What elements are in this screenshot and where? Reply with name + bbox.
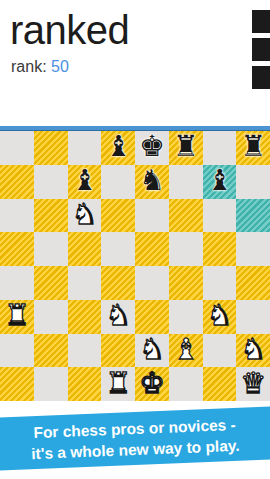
rank-line: rank: 50 — [11, 58, 270, 76]
square-b8[interactable] — [34, 131, 68, 165]
square-h8[interactable]: ♜ — [236, 131, 270, 165]
square-b5[interactable] — [34, 232, 68, 266]
square-g4[interactable] — [203, 266, 237, 300]
piece-black-knight[interactable]: ♞ — [139, 166, 165, 195]
square-b2[interactable] — [34, 334, 68, 368]
piece-white-knight[interactable]: ♞ — [71, 200, 97, 229]
square-e5[interactable] — [135, 232, 169, 266]
square-f7[interactable] — [169, 165, 203, 199]
square-c1[interactable] — [68, 367, 102, 401]
square-a6[interactable] — [0, 199, 34, 233]
square-c8[interactable] — [68, 131, 102, 165]
square-c7[interactable]: ♝ — [68, 165, 102, 199]
square-d5[interactable] — [101, 232, 135, 266]
app-screen: ranked rank: 50 ♝♚♜♜♝♞♝♞♜♞♞♞♝♞♜♚♛ For ch… — [0, 0, 270, 479]
square-d8[interactable]: ♝ — [101, 131, 135, 165]
rank-label: rank: — [11, 58, 47, 75]
square-f3[interactable] — [169, 300, 203, 334]
menu-bar — [252, 38, 270, 61]
square-e3[interactable] — [135, 300, 169, 334]
piece-white-king[interactable]: ♚ — [139, 369, 165, 398]
square-a8[interactable] — [0, 131, 34, 165]
piece-white-knight[interactable]: ♞ — [139, 335, 165, 364]
piece-black-bishop[interactable]: ♝ — [105, 132, 131, 161]
piece-white-rook[interactable]: ♜ — [105, 369, 131, 398]
rank-value: 50 — [51, 58, 69, 75]
square-e8[interactable]: ♚ — [135, 131, 169, 165]
square-g3[interactable]: ♞ — [203, 300, 237, 334]
square-d7[interactable] — [101, 165, 135, 199]
square-c4[interactable] — [68, 266, 102, 300]
piece-white-bishop[interactable]: ♝ — [173, 335, 199, 364]
square-g5[interactable] — [203, 232, 237, 266]
piece-black-rook[interactable]: ♜ — [240, 132, 266, 161]
square-b1[interactable] — [34, 367, 68, 401]
square-h3[interactable] — [236, 300, 270, 334]
piece-black-bishop[interactable]: ♝ — [206, 166, 232, 195]
page-title: ranked — [0, 0, 270, 52]
menu-bar — [252, 66, 270, 89]
square-a2[interactable] — [0, 334, 34, 368]
square-d2[interactable] — [101, 334, 135, 368]
piece-black-bishop[interactable]: ♝ — [71, 166, 97, 195]
square-b6[interactable] — [34, 199, 68, 233]
piece-white-knight[interactable]: ♞ — [206, 301, 232, 330]
square-d1[interactable]: ♜ — [101, 367, 135, 401]
square-d6[interactable] — [101, 199, 135, 233]
piece-white-knight[interactable]: ♞ — [240, 335, 266, 364]
square-h6[interactable] — [236, 199, 270, 233]
square-c5[interactable] — [68, 232, 102, 266]
square-c3[interactable] — [68, 300, 102, 334]
hamburger-menu-icon[interactable] — [252, 10, 270, 89]
square-d4[interactable] — [101, 266, 135, 300]
square-b7[interactable] — [34, 165, 68, 199]
menu-bar — [252, 10, 270, 33]
square-e6[interactable] — [135, 199, 169, 233]
square-f8[interactable]: ♜ — [169, 131, 203, 165]
square-a1[interactable] — [0, 367, 34, 401]
square-f2[interactable]: ♝ — [169, 334, 203, 368]
chess-board: ♝♚♜♜♝♞♝♞♜♞♞♞♝♞♜♚♛ — [0, 131, 270, 401]
square-g6[interactable] — [203, 199, 237, 233]
square-d3[interactable]: ♞ — [101, 300, 135, 334]
square-b4[interactable] — [34, 266, 68, 300]
piece-white-queen[interactable]: ♛ — [240, 369, 266, 398]
square-h2[interactable]: ♞ — [236, 334, 270, 368]
square-h1[interactable]: ♛ — [236, 367, 270, 401]
piece-white-knight[interactable]: ♞ — [105, 301, 131, 330]
square-c2[interactable] — [68, 334, 102, 368]
square-f4[interactable] — [169, 266, 203, 300]
square-a7[interactable] — [0, 165, 34, 199]
square-g7[interactable]: ♝ — [203, 165, 237, 199]
square-g8[interactable] — [203, 131, 237, 165]
promo-banner: For chess pros or novices - it's a whole… — [0, 406, 270, 470]
square-f5[interactable] — [169, 232, 203, 266]
square-g2[interactable] — [203, 334, 237, 368]
square-e4[interactable] — [135, 266, 169, 300]
square-b3[interactable] — [34, 300, 68, 334]
square-e2[interactable]: ♞ — [135, 334, 169, 368]
square-c6[interactable]: ♞ — [68, 199, 102, 233]
square-g1[interactable] — [203, 367, 237, 401]
piece-black-rook[interactable]: ♜ — [173, 132, 199, 161]
square-f6[interactable] — [169, 199, 203, 233]
square-e7[interactable]: ♞ — [135, 165, 169, 199]
piece-black-king[interactable]: ♚ — [139, 132, 165, 161]
square-h7[interactable] — [236, 165, 270, 199]
square-e1[interactable]: ♚ — [135, 367, 169, 401]
square-a4[interactable] — [0, 266, 34, 300]
square-h5[interactable] — [236, 232, 270, 266]
header: ranked rank: 50 — [0, 0, 270, 126]
square-a5[interactable] — [0, 232, 34, 266]
square-a3[interactable]: ♜ — [0, 300, 34, 334]
piece-white-rook[interactable]: ♜ — [4, 301, 30, 330]
square-h4[interactable] — [236, 266, 270, 300]
square-f1[interactable] — [169, 367, 203, 401]
